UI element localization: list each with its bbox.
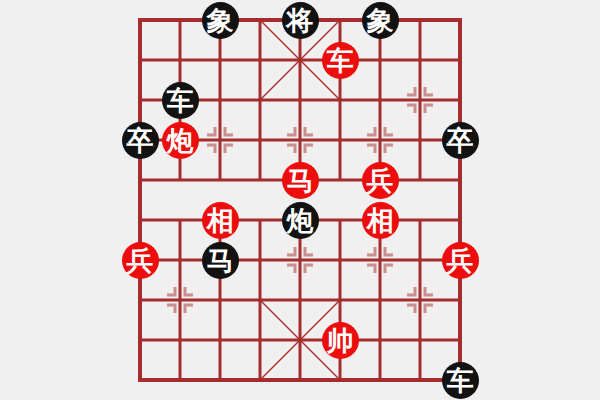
piece-red-general[interactable]: 帅: [322, 322, 359, 359]
piece-black-horse[interactable]: 马: [202, 242, 239, 279]
piece-red-soldier[interactable]: 兵: [442, 242, 479, 279]
xiangqi-app: 象将象车车卒炮卒马兵相炮相兵马兵帅车: [0, 0, 600, 400]
piece-black-general[interactable]: 将: [282, 2, 319, 39]
piece-black-elephant[interactable]: 象: [202, 2, 239, 39]
piece-black-cannon[interactable]: 炮: [282, 202, 319, 239]
piece-black-soldier[interactable]: 卒: [122, 122, 159, 159]
piece-black-elephant[interactable]: 象: [362, 2, 399, 39]
piece-red-elephant[interactable]: 相: [362, 202, 399, 239]
piece-black-chariot[interactable]: 车: [162, 82, 199, 119]
piece-red-cannon[interactable]: 炮: [162, 122, 199, 159]
piece-red-chariot[interactable]: 车: [322, 42, 359, 79]
grid-lines: [140, 20, 460, 380]
piece-black-soldier[interactable]: 卒: [442, 122, 479, 159]
piece-red-horse[interactable]: 马: [282, 162, 319, 199]
piece-black-chariot[interactable]: 车: [442, 362, 479, 399]
xiangqi-board: [0, 0, 600, 400]
piece-red-soldier[interactable]: 兵: [122, 242, 159, 279]
piece-red-elephant[interactable]: 相: [202, 202, 239, 239]
piece-red-soldier[interactable]: 兵: [362, 162, 399, 199]
